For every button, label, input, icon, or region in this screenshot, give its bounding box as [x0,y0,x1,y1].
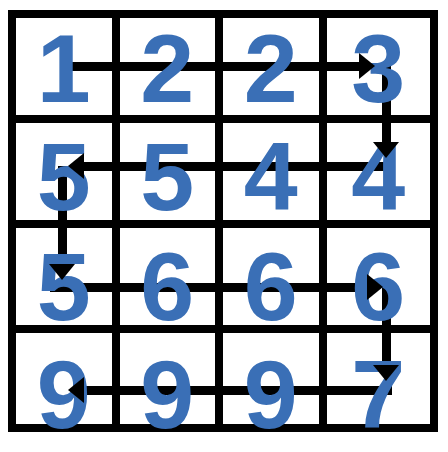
path-arrow-head-7 [68,377,84,403]
path-arrow-head-3 [68,153,84,179]
path-arrow-heads-layer [0,0,448,452]
puzzle-diagram: 1 2 2 3 5 5 4 4 5 6 6 6 9 9 9 7 [0,0,448,452]
path-arrow-head-4 [49,264,75,280]
path-arrow-head-1 [359,53,375,79]
path-arrow-head-2 [373,142,399,158]
path-arrow-head-6 [373,365,399,381]
path-arrow-head-5 [367,274,383,300]
